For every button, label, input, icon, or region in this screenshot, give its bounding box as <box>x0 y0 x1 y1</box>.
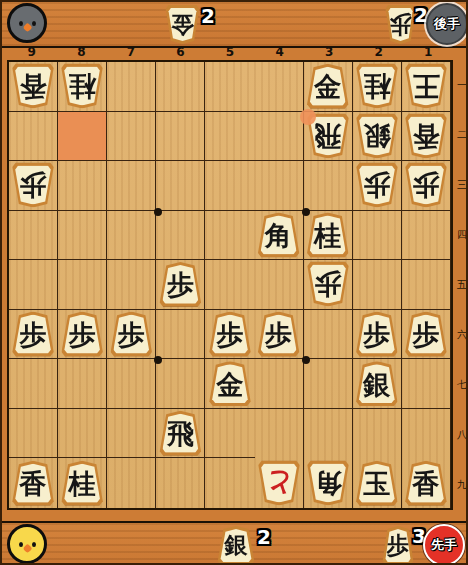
piece-glyph: 歩 <box>216 321 243 348</box>
piece-glyph: 角 <box>314 470 341 497</box>
piece-glyph: 歩 <box>20 321 47 348</box>
piece-銀-gote[interactable]: 銀 <box>355 113 398 158</box>
square-4四[interactable]: 角 <box>255 211 304 261</box>
square-6四[interactable] <box>156 211 205 261</box>
square-8三[interactable] <box>58 161 107 211</box>
square-4三[interactable] <box>255 161 304 211</box>
square-4五[interactable] <box>255 260 304 310</box>
square-8九[interactable]: 桂 <box>58 458 107 508</box>
square-2五[interactable] <box>353 260 402 310</box>
piece-glyph: 歩 <box>412 172 439 199</box>
square-5一[interactable] <box>205 62 254 112</box>
square-3五[interactable]: 歩 <box>304 260 353 310</box>
file-label-2: 2 <box>354 45 404 59</box>
piece-glyph: 飛 <box>314 122 341 149</box>
square-5六[interactable]: 歩 <box>205 310 254 360</box>
piece-金-sente[interactable]: 金 <box>208 361 251 406</box>
avatar-beak-icon <box>23 544 33 554</box>
rank-label-七: 七 <box>454 360 468 410</box>
square-2二[interactable]: 銀 <box>353 112 402 162</box>
rank-label-一: 一 <box>454 60 468 110</box>
rank-coordinate-labels: 一二三四五六七八九 <box>454 60 468 510</box>
square-6二[interactable] <box>156 112 205 162</box>
square-4二[interactable] <box>255 112 304 162</box>
square-3九[interactable]: 角 <box>304 458 353 508</box>
piece-歩-sente[interactable]: 歩 <box>355 312 398 357</box>
square-7九[interactable] <box>107 458 156 508</box>
square-8八[interactable] <box>58 409 107 459</box>
square-2九[interactable]: 玉 <box>353 458 402 508</box>
square-1五[interactable] <box>402 260 451 310</box>
avatar-eye-icon <box>32 542 36 547</box>
piece-金-sente[interactable]: 金 <box>306 64 349 109</box>
piece-glyph: 王 <box>412 73 439 100</box>
square-6六[interactable] <box>156 310 205 360</box>
square-2八[interactable] <box>353 409 402 459</box>
last-move-dot <box>300 109 316 125</box>
piece-角-gote[interactable]: 角 <box>306 461 349 506</box>
piece-glyph: 桂 <box>69 73 96 100</box>
piece-歩-sente[interactable]: 歩 <box>208 312 251 357</box>
sente-avatar-chick-icon <box>7 524 47 564</box>
piece-glyph: 歩 <box>363 172 390 199</box>
square-2六[interactable]: 歩 <box>353 310 402 360</box>
square-8一[interactable]: 桂 <box>58 62 107 112</box>
square-8六[interactable]: 歩 <box>58 310 107 360</box>
piece-glyph: 桂 <box>69 470 96 497</box>
piece-glyph: 飛 <box>167 420 194 447</box>
piece-歩-gote[interactable]: 歩 <box>12 163 55 208</box>
square-3七[interactable] <box>304 359 353 409</box>
square-4九[interactable]: と <box>255 458 304 508</box>
square-2四[interactable] <box>353 211 402 261</box>
piece-と-gote[interactable]: と <box>257 461 300 506</box>
rank-label-九: 九 <box>454 460 468 510</box>
gote-avatar-chick-icon <box>7 3 47 43</box>
square-8五[interactable] <box>58 260 107 310</box>
square-5二[interactable] <box>205 112 254 162</box>
square-8七[interactable] <box>58 359 107 409</box>
piece-glyph: 歩 <box>167 271 194 298</box>
square-2七[interactable]: 銀 <box>353 359 402 409</box>
square-9二[interactable] <box>9 112 58 162</box>
avatar-beak-icon <box>23 23 33 33</box>
piece-glyph: 歩 <box>265 321 292 348</box>
shogi-app-window: 金 2 歩 2 後手 987654321 香桂金桂王飛銀香歩歩歩角桂歩歩歩歩歩歩… <box>0 0 468 565</box>
square-7七[interactable] <box>107 359 156 409</box>
gote-hand-piece-pawn[interactable]: 歩 <box>385 5 416 44</box>
square-3四[interactable]: 桂 <box>304 211 353 261</box>
square-5八[interactable] <box>205 409 254 459</box>
square-7五[interactable] <box>107 260 156 310</box>
rank-label-八: 八 <box>454 410 468 460</box>
rank-label-五: 五 <box>454 260 468 310</box>
square-9四[interactable] <box>9 211 58 261</box>
piece-glyph: 歩 <box>20 172 47 199</box>
square-1六[interactable]: 歩 <box>402 310 451 360</box>
rank-label-三: 三 <box>454 160 468 210</box>
gote-hand-tray: 金 2 歩 2 後手 <box>2 2 468 48</box>
piece-香-gote[interactable]: 香 <box>12 64 55 109</box>
star-point <box>154 356 162 364</box>
rank-label-六: 六 <box>454 310 468 360</box>
piece-glyph: 歩 <box>118 321 145 348</box>
sente-player-badge: 先手 <box>423 524 465 565</box>
square-6三[interactable] <box>156 161 205 211</box>
gote-gold-count: 2 <box>201 4 215 28</box>
square-7一[interactable] <box>107 62 156 112</box>
square-4八[interactable] <box>255 409 304 459</box>
square-9六[interactable]: 歩 <box>9 310 58 360</box>
piece-glyph: 歩 <box>69 321 96 348</box>
square-1九[interactable]: 香 <box>402 458 451 508</box>
square-3一[interactable]: 金 <box>304 62 353 112</box>
piece-glyph: と <box>265 470 293 497</box>
piece-歩-gote[interactable]: 歩 <box>355 163 398 208</box>
star-point <box>154 208 162 216</box>
piece-歩-sente[interactable]: 歩 <box>159 262 202 307</box>
board-grid: 香桂金桂王飛銀香歩歩歩角桂歩歩歩歩歩歩歩歩歩金銀飛香桂と角玉香 <box>7 60 453 510</box>
square-5七[interactable]: 金 <box>205 359 254 409</box>
piece-glyph: 香 <box>20 470 47 497</box>
square-1七[interactable] <box>402 359 451 409</box>
piece-glyph: 角 <box>265 221 292 248</box>
piece-glyph: 歩 <box>412 321 439 348</box>
square-7八[interactable] <box>107 409 156 459</box>
piece-歩-gote[interactable]: 歩 <box>306 262 349 307</box>
sente-silver-count: 2 <box>257 525 271 549</box>
piece-glyph: 歩 <box>363 321 390 348</box>
square-1八[interactable] <box>402 409 451 459</box>
piece-銀-sente[interactable]: 銀 <box>355 361 398 406</box>
square-8二[interactable] <box>58 112 107 162</box>
rank-label-四: 四 <box>454 210 468 260</box>
file-label-3: 3 <box>304 45 354 59</box>
square-3六[interactable] <box>304 310 353 360</box>
file-label-5: 5 <box>205 45 255 59</box>
square-3二[interactable]: 飛 <box>304 112 353 162</box>
star-point <box>302 356 310 364</box>
piece-歩-sente[interactable]: 歩 <box>12 312 55 357</box>
square-4一[interactable] <box>255 62 304 112</box>
piece-桂-sente[interactable]: 桂 <box>306 212 349 257</box>
square-5四[interactable] <box>205 211 254 261</box>
file-coordinate-labels: 987654321 <box>7 45 453 59</box>
piece-歩-sente[interactable]: 歩 <box>61 312 104 357</box>
gote-hand-piece-gold[interactable]: 金 <box>165 5 200 44</box>
square-4六[interactable]: 歩 <box>255 310 304 360</box>
piece-glyph: 桂 <box>363 73 390 100</box>
square-9三[interactable]: 歩 <box>9 161 58 211</box>
file-label-4: 4 <box>255 45 305 59</box>
square-5九[interactable] <box>205 458 254 508</box>
square-9五[interactable] <box>9 260 58 310</box>
square-7三[interactable] <box>107 161 156 211</box>
piece-歩-gote[interactable]: 歩 <box>404 163 447 208</box>
piece-glyph: 金 <box>216 370 243 397</box>
square-7六[interactable]: 歩 <box>107 310 156 360</box>
piece-glyph: 玉 <box>363 470 390 497</box>
square-9七[interactable] <box>9 359 58 409</box>
square-6五[interactable]: 歩 <box>156 260 205 310</box>
file-label-6: 6 <box>156 45 206 59</box>
piece-王-gote[interactable]: 王 <box>404 64 447 109</box>
piece-glyph: 桂 <box>314 221 341 248</box>
square-6九[interactable] <box>156 458 205 508</box>
file-label-9: 9 <box>7 45 57 59</box>
square-1三[interactable]: 歩 <box>402 161 451 211</box>
square-1四[interactable] <box>402 211 451 261</box>
square-6七[interactable] <box>156 359 205 409</box>
piece-glyph: 歩 <box>387 534 410 557</box>
piece-香-sente[interactable]: 香 <box>12 461 55 506</box>
piece-歩-sente[interactable]: 歩 <box>404 312 447 357</box>
gote-player-badge: 後手 <box>426 3 468 45</box>
piece-桂-gote[interactable]: 桂 <box>355 64 398 109</box>
square-5五[interactable] <box>205 260 254 310</box>
piece-桂-sente[interactable]: 桂 <box>61 461 104 506</box>
avatar-eye-icon <box>32 21 36 26</box>
square-3八[interactable] <box>304 409 353 459</box>
piece-角-sente[interactable]: 角 <box>257 212 300 257</box>
square-6八[interactable]: 飛 <box>156 409 205 459</box>
piece-glyph: 銀 <box>363 122 390 149</box>
piece-香-gote[interactable]: 香 <box>404 113 447 158</box>
square-1二[interactable]: 香 <box>402 112 451 162</box>
square-9一[interactable]: 香 <box>9 62 58 112</box>
rank-label-二: 二 <box>454 110 468 160</box>
piece-香-sente[interactable]: 香 <box>404 461 447 506</box>
piece-歩-sente[interactable]: 歩 <box>110 312 153 357</box>
square-7二[interactable] <box>107 112 156 162</box>
piece-歩-sente[interactable]: 歩 <box>257 312 300 357</box>
star-point <box>302 208 310 216</box>
square-1一[interactable]: 王 <box>402 62 451 112</box>
square-2一[interactable]: 桂 <box>353 62 402 112</box>
file-label-8: 8 <box>57 45 107 59</box>
piece-glyph: 銀 <box>363 370 390 397</box>
square-6一[interactable] <box>156 62 205 112</box>
square-7四[interactable] <box>107 211 156 261</box>
piece-glyph: 歩 <box>389 13 412 36</box>
sente-hand-tray: 銀 2 歩 3 先手 <box>2 521 468 565</box>
piece-桂-gote[interactable]: 桂 <box>61 64 104 109</box>
piece-glyph: 金 <box>314 73 341 100</box>
piece-玉-sente[interactable]: 玉 <box>355 461 398 506</box>
square-5三[interactable] <box>205 161 254 211</box>
square-9九[interactable]: 香 <box>9 458 58 508</box>
avatar-eye-icon <box>19 21 23 26</box>
sente-hand-piece-silver[interactable]: 銀 <box>217 526 255 565</box>
piece-glyph: 歩 <box>314 271 341 298</box>
square-3三[interactable] <box>304 161 353 211</box>
piece-glyph: 金 <box>171 13 194 36</box>
piece-glyph: 香 <box>20 73 47 100</box>
file-label-1: 1 <box>404 45 454 59</box>
square-9八[interactable] <box>9 409 58 459</box>
piece-glyph: 香 <box>412 122 439 149</box>
avatar-eye-icon <box>19 542 23 547</box>
square-2三[interactable]: 歩 <box>353 161 402 211</box>
piece-glyph: 銀 <box>225 534 248 557</box>
file-label-7: 7 <box>106 45 156 59</box>
sente-hand-piece-pawn[interactable]: 歩 <box>382 526 414 565</box>
piece-glyph: 香 <box>412 470 439 497</box>
square-8四[interactable] <box>58 211 107 261</box>
piece-飛-sente[interactable]: 飛 <box>159 411 202 456</box>
square-4七[interactable] <box>255 359 304 409</box>
